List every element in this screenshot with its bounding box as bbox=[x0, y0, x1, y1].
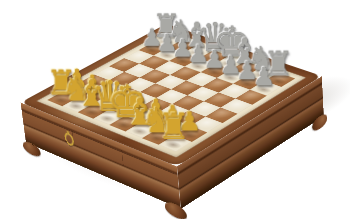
square-c8: ♝ bbox=[184, 45, 214, 58]
case-foot-left bbox=[22, 139, 41, 159]
piece-black-rook: ♜ bbox=[151, 9, 181, 41]
piece-black-pawn: ♟ bbox=[199, 47, 230, 72]
piece-shadow bbox=[202, 54, 223, 63]
piece-shadow bbox=[141, 46, 162, 55]
square-d6 bbox=[170, 67, 200, 81]
piece-black-pawn: ♟ bbox=[137, 26, 168, 50]
piece-white-rook: ♜ bbox=[157, 108, 191, 144]
piece-black-pawn: ♟ bbox=[152, 31, 183, 55]
piece-black-pawn: ♟ bbox=[167, 36, 198, 60]
scene: ♜♞♝♛♚♝♞♜♟♟♟♟♟♟♟♟♟♟♟♟♟♟♟♟♜♞♝♛♚♝♞♜ bbox=[0, 0, 350, 219]
square-b8: ♞ bbox=[168, 40, 198, 53]
wooden-case-top: ♜♞♝♛♚♝♞♜♟♟♟♟♟♟♟♟♟♟♟♟♟♟♟♟♜♞♝♛♚♝♞♜ bbox=[20, 24, 321, 167]
square-d8: ♛ bbox=[199, 50, 229, 64]
piece-shadow bbox=[186, 48, 207, 57]
square-d5 bbox=[155, 75, 186, 89]
square-c6 bbox=[155, 61, 185, 75]
square-b6 bbox=[139, 56, 169, 70]
piece-shadow bbox=[170, 43, 191, 52]
piece-shadow bbox=[172, 56, 193, 65]
square-a8: ♜ bbox=[153, 35, 182, 48]
square-e7: ♟ bbox=[201, 64, 231, 78]
drawer-ring-pull bbox=[64, 131, 75, 147]
piece-black-knight: ♞ bbox=[167, 15, 198, 46]
piece-shadow bbox=[155, 38, 176, 47]
square-a6 bbox=[124, 50, 154, 63]
case-foot-right bbox=[312, 112, 327, 134]
piece-shadow bbox=[203, 67, 225, 76]
piece-black-bishop: ♝ bbox=[182, 19, 213, 53]
square-b7: ♟ bbox=[154, 48, 184, 61]
piece-black-queen: ♛ bbox=[198, 18, 229, 58]
piece-shadow bbox=[187, 62, 208, 71]
chess-set-photo: ♜♞♝♛♚♝♞♜♟♟♟♟♟♟♟♟♟♟♟♟♟♟♟♟♜♞♝♛♚♝♞♜ bbox=[0, 0, 350, 219]
piece-black-pawn: ♟ bbox=[248, 64, 280, 89]
square-e6 bbox=[186, 72, 217, 86]
square-a5 bbox=[109, 58, 139, 72]
square-c7: ♟ bbox=[169, 53, 199, 67]
square-a7: ♟ bbox=[139, 42, 169, 55]
piece-black-pawn: ♟ bbox=[183, 42, 214, 66]
piece-shadow bbox=[156, 51, 177, 60]
square-d7: ♟ bbox=[185, 58, 215, 72]
